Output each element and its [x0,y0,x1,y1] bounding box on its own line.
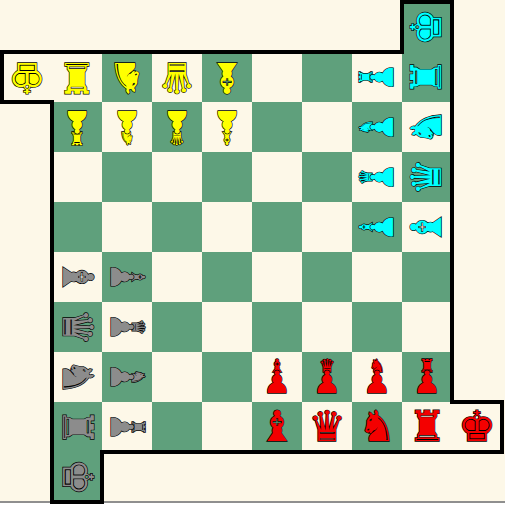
pawn-body-glyph: ♟ [313,367,341,398]
piece-glyph: ♞ [108,56,146,98]
square-b8[interactable]: ♞ [102,52,152,102]
square-a5[interactable] [52,202,102,252]
square-h8[interactable]: ♜ [402,52,452,102]
pawn-body-glyph: ♟ [263,367,291,398]
square-e7[interactable] [252,102,302,152]
piece-glyph: ♛ [158,56,196,98]
piece-red-pawn-knight[interactable]: ♞♟ [352,352,402,402]
square-e2[interactable]: ♝♟ [252,352,302,402]
square-c8[interactable]: ♛ [152,52,202,102]
piece-glyph: ♚ [458,406,496,448]
piece-cyan-bishop[interactable]: ♝ [402,202,452,252]
square-h6[interactable]: ♛ [402,152,452,202]
square-d6[interactable] [202,152,252,202]
square-a3[interactable]: ♛ [52,302,102,352]
square-b6[interactable] [102,152,152,202]
piece-yellow-king[interactable]: ♚ [2,52,52,102]
pawn-body-glyph: ♟ [107,363,138,391]
piece-glyph: ♚ [406,8,448,46]
piece-gray-queen[interactable]: ♛ [52,302,102,352]
piece-gray-knight[interactable]: ♞ [52,352,102,402]
square-f4[interactable] [302,252,352,302]
square-b2[interactable]: ♞♟ [102,352,152,402]
piece-gray-pawn-bishop[interactable]: ♝♟ [102,252,152,302]
square-c3[interactable] [152,302,202,352]
pawn-body-glyph: ♟ [63,107,91,138]
piece-yellow-bishop[interactable]: ♝ [202,52,252,102]
square-e5[interactable] [252,202,302,252]
pawn-body-glyph: ♟ [107,313,138,341]
piece-cyan-queen[interactable]: ♛ [402,152,452,202]
piece-glyph: ♞ [406,108,448,146]
piece-yellow-pawn-rook[interactable]: ♜♟ [52,102,102,152]
square-c1[interactable] [152,402,202,452]
piece-glyph: ♜ [56,408,98,446]
square-a6[interactable] [52,152,102,202]
piece-glyph: ♞ [358,406,396,448]
pawn-body-glyph: ♟ [107,263,138,291]
square-d2[interactable] [202,352,252,402]
piece-yellow-pawn-queen[interactable]: ♛♟ [152,102,202,152]
square-g3[interactable] [352,302,402,352]
piece-glyph: ♝ [56,258,98,296]
square-d1[interactable] [202,402,252,452]
square-d4[interactable] [202,252,252,302]
throne-gray[interactable]: ♚ [52,452,102,502]
piece-red-knight[interactable]: ♞ [352,402,402,452]
piece-glyph: ♚ [56,458,98,496]
square-c4[interactable] [152,252,202,302]
piece-red-pawn-queen[interactable]: ♛♟ [302,352,352,402]
throne-cyan[interactable]: ♚ [402,2,452,52]
square-h4[interactable] [402,252,452,302]
piece-red-rook[interactable]: ♜ [402,402,452,452]
square-g4[interactable] [352,252,402,302]
square-f1[interactable]: ♛ [302,402,352,452]
square-c5[interactable] [152,202,202,252]
square-e8[interactable] [252,52,302,102]
piece-glyph: ♚ [8,56,46,98]
throne-red[interactable]: ♚ [452,402,502,452]
piece-cyan-pawn-knight[interactable]: ♞♟ [352,102,402,152]
square-c6[interactable] [152,152,202,202]
square-f2[interactable]: ♛♟ [302,352,352,402]
piece-glyph: ♜ [408,406,446,448]
pawn-body-glyph: ♟ [363,367,391,398]
square-h1[interactable]: ♜ [402,402,452,452]
piece-cyan-knight[interactable]: ♞ [402,102,452,152]
square-c2[interactable] [152,352,202,402]
pawn-body-glyph: ♟ [163,107,191,138]
square-f6[interactable] [302,152,352,202]
square-e4[interactable] [252,252,302,302]
pawn-body-glyph: ♟ [367,163,398,191]
window-bottom-edge [0,501,505,505]
piece-glyph: ♞ [56,358,98,396]
piece-glyph: ♝ [406,208,448,246]
square-b7[interactable]: ♞♟ [102,102,152,152]
piece-glyph: ♛ [56,308,98,346]
square-d8[interactable]: ♝ [202,52,252,102]
square-a1[interactable]: ♜ [52,402,102,452]
square-f7[interactable] [302,102,352,152]
square-e6[interactable] [252,152,302,202]
piece-yellow-pawn-bishop[interactable]: ♝♟ [202,102,252,152]
square-e3[interactable] [252,302,302,352]
piece-gray-pawn-knight[interactable]: ♞♟ [102,352,152,402]
pawn-body-glyph: ♟ [413,367,441,398]
piece-cyan-pawn-queen[interactable]: ♛♟ [352,152,402,202]
square-d7[interactable]: ♝♟ [202,102,252,152]
square-f3[interactable] [302,302,352,352]
piece-gray-king[interactable]: ♚ [52,452,102,502]
square-b1[interactable]: ♜♟ [102,402,152,452]
square-d3[interactable] [202,302,252,352]
square-b4[interactable]: ♝♟ [102,252,152,302]
square-f8[interactable] [302,52,352,102]
piece-cyan-pawn-bishop[interactable]: ♝♟ [352,202,402,252]
square-g7[interactable]: ♞♟ [352,102,402,152]
piece-gray-rook[interactable]: ♜ [52,402,102,452]
pawn-body-glyph: ♟ [113,107,141,138]
piece-cyan-rook[interactable]: ♜ [402,52,452,102]
square-h3[interactable] [402,302,452,352]
square-g5[interactable]: ♝♟ [352,202,402,252]
square-f5[interactable] [302,202,352,252]
square-h5[interactable]: ♝ [402,202,452,252]
piece-gray-pawn-rook[interactable]: ♜♟ [102,402,152,452]
square-a7[interactable]: ♜♟ [52,102,102,152]
square-e1[interactable]: ♝ [252,402,302,452]
piece-gray-pawn-queen[interactable]: ♛♟ [102,302,152,352]
pawn-body-glyph: ♟ [107,413,138,441]
square-a4[interactable]: ♝ [52,252,102,302]
square-a8[interactable]: ♜ [52,52,102,102]
piece-cyan-king[interactable]: ♚ [402,2,452,52]
square-g1[interactable]: ♞ [352,402,402,452]
square-g8[interactable]: ♜♟ [352,52,402,102]
square-b3[interactable]: ♛♟ [102,302,152,352]
piece-red-pawn-bishop[interactable]: ♝♟ [252,352,302,402]
pawn-body-glyph: ♟ [367,63,398,91]
square-b5[interactable] [102,202,152,252]
piece-gray-bishop[interactable]: ♝ [52,252,102,302]
pawn-body-glyph: ♟ [367,213,398,241]
pawn-body-glyph: ♟ [367,113,398,141]
square-c7[interactable]: ♛♟ [152,102,202,152]
piece-glyph: ♛ [406,158,448,196]
board: ♜♞♛♝♜♟♜♜♟♞♟♛♟♝♟♞♟♞♛♟♛♝♟♝♝♝♟♛♛♟♞♞♟♝♟♛♟♞♟♜… [2,2,502,502]
square-d5[interactable] [202,202,252,252]
piece-red-king[interactable]: ♚ [452,402,502,452]
piece-glyph: ♜ [406,58,448,96]
square-g6[interactable]: ♛♟ [352,152,402,202]
square-a2[interactable]: ♞ [52,352,102,402]
piece-glyph: ♝ [258,406,296,448]
square-h7[interactable]: ♞ [402,102,452,152]
piece-red-pawn-rook[interactable]: ♜♟ [402,352,452,402]
square-g2[interactable]: ♞♟ [352,352,402,402]
square-h2[interactable]: ♜♟ [402,352,452,402]
pawn-body-glyph: ♟ [213,107,241,138]
throne-yellow[interactable]: ♚ [2,52,52,102]
enochian-chess-screen: ♜♞♛♝♜♟♜♜♟♞♟♛♟♝♟♞♟♞♛♟♛♝♟♝♝♝♟♛♛♟♞♞♟♝♟♛♟♞♟♜… [0,0,505,505]
piece-yellow-pawn-knight[interactable]: ♞♟ [102,102,152,152]
piece-glyph: ♝ [208,56,246,98]
piece-glyph: ♜ [58,56,96,98]
piece-glyph: ♛ [308,406,346,448]
piece-red-queen[interactable]: ♛ [302,402,352,452]
piece-yellow-rook[interactable]: ♜ [52,52,102,102]
piece-yellow-queen[interactable]: ♛ [152,52,202,102]
piece-red-bishop[interactable]: ♝ [252,402,302,452]
piece-yellow-knight[interactable]: ♞ [102,52,152,102]
piece-cyan-pawn-rook[interactable]: ♜♟ [352,52,402,102]
